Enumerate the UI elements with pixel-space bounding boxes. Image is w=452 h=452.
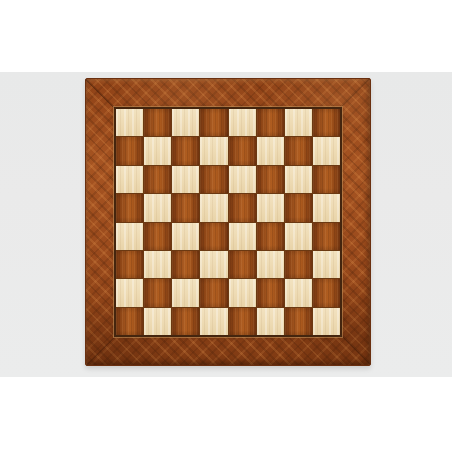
- square-c8[interactable]: [172, 109, 199, 136]
- square-c5[interactable]: [172, 194, 199, 221]
- square-g2[interactable]: [285, 279, 312, 306]
- square-f2[interactable]: [257, 279, 284, 306]
- square-b6[interactable]: [144, 166, 171, 193]
- playing-field: [114, 107, 342, 337]
- square-a3[interactable]: [116, 251, 143, 278]
- square-g5[interactable]: [285, 194, 312, 221]
- square-b4[interactable]: [144, 223, 171, 250]
- miter-seam-top-left: [85, 79, 115, 109]
- square-e3[interactable]: [229, 251, 256, 278]
- square-a1[interactable]: [116, 308, 143, 335]
- square-h6[interactable]: [313, 166, 340, 193]
- square-e2[interactable]: [229, 279, 256, 306]
- square-h4[interactable]: [313, 223, 340, 250]
- product-photo: [0, 0, 452, 452]
- square-b3[interactable]: [144, 251, 171, 278]
- square-d3[interactable]: [200, 251, 227, 278]
- square-h7[interactable]: [313, 137, 340, 164]
- square-g7[interactable]: [285, 137, 312, 164]
- square-d7[interactable]: [200, 137, 227, 164]
- square-b1[interactable]: [144, 308, 171, 335]
- square-h2[interactable]: [313, 279, 340, 306]
- square-e6[interactable]: [229, 166, 256, 193]
- square-e4[interactable]: [229, 223, 256, 250]
- miter-seam-bottom-right: [341, 335, 371, 365]
- square-g8[interactable]: [285, 109, 312, 136]
- square-f4[interactable]: [257, 223, 284, 250]
- square-d5[interactable]: [200, 194, 227, 221]
- board-grid: [116, 109, 340, 335]
- square-e8[interactable]: [229, 109, 256, 136]
- square-e7[interactable]: [229, 137, 256, 164]
- square-b5[interactable]: [144, 194, 171, 221]
- square-d6[interactable]: [200, 166, 227, 193]
- square-c7[interactable]: [172, 137, 199, 164]
- chess-board: [85, 78, 371, 366]
- square-f5[interactable]: [257, 194, 284, 221]
- square-a5[interactable]: [116, 194, 143, 221]
- square-d2[interactable]: [200, 279, 227, 306]
- square-b8[interactable]: [144, 109, 171, 136]
- square-h3[interactable]: [313, 251, 340, 278]
- miter-seam-bottom-left: [86, 336, 116, 366]
- square-a7[interactable]: [116, 137, 143, 164]
- square-f3[interactable]: [257, 251, 284, 278]
- square-a2[interactable]: [116, 279, 143, 306]
- square-f7[interactable]: [257, 137, 284, 164]
- miter-seam-top-right: [340, 78, 370, 108]
- square-g3[interactable]: [285, 251, 312, 278]
- square-c4[interactable]: [172, 223, 199, 250]
- square-d4[interactable]: [200, 223, 227, 250]
- square-c1[interactable]: [172, 308, 199, 335]
- square-c3[interactable]: [172, 251, 199, 278]
- square-c6[interactable]: [172, 166, 199, 193]
- square-a6[interactable]: [116, 166, 143, 193]
- square-g4[interactable]: [285, 223, 312, 250]
- square-c2[interactable]: [172, 279, 199, 306]
- square-f1[interactable]: [257, 308, 284, 335]
- square-h1[interactable]: [313, 308, 340, 335]
- square-d8[interactable]: [200, 109, 227, 136]
- square-a8[interactable]: [116, 109, 143, 136]
- square-h5[interactable]: [313, 194, 340, 221]
- square-h8[interactable]: [313, 109, 340, 136]
- square-b7[interactable]: [144, 137, 171, 164]
- square-b2[interactable]: [144, 279, 171, 306]
- square-e1[interactable]: [229, 308, 256, 335]
- square-g6[interactable]: [285, 166, 312, 193]
- square-f8[interactable]: [257, 109, 284, 136]
- square-e5[interactable]: [229, 194, 256, 221]
- square-a4[interactable]: [116, 223, 143, 250]
- square-d1[interactable]: [200, 308, 227, 335]
- square-f6[interactable]: [257, 166, 284, 193]
- square-g1[interactable]: [285, 308, 312, 335]
